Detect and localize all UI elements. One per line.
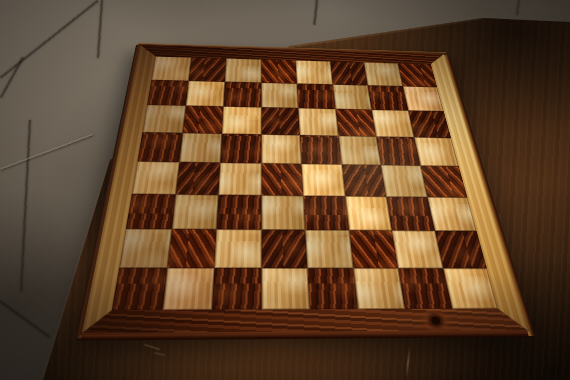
square-a7 <box>147 80 188 106</box>
square-d3 <box>261 195 305 230</box>
square-h8 <box>397 63 437 87</box>
square-a2 <box>119 229 171 268</box>
floor-tile-edge-highlight <box>0 133 93 170</box>
square-d5 <box>261 134 301 164</box>
square-f2 <box>349 230 398 268</box>
square-e7 <box>297 83 335 109</box>
square-c1 <box>212 268 261 310</box>
square-c3 <box>216 195 261 230</box>
floor-grout-line <box>20 120 31 292</box>
square-c7 <box>223 82 261 108</box>
square-g6 <box>372 110 414 137</box>
square-e5 <box>300 135 342 165</box>
square-b7 <box>185 81 224 107</box>
square-b5 <box>179 133 222 163</box>
square-a3 <box>126 194 176 229</box>
square-h7 <box>402 86 443 111</box>
square-c2 <box>214 229 261 267</box>
square-h5 <box>414 137 459 166</box>
square-g5 <box>376 136 420 165</box>
square-d8 <box>261 59 297 83</box>
square-c8 <box>225 58 261 82</box>
square-d6 <box>261 107 300 135</box>
square-e2 <box>305 230 353 268</box>
square-f7 <box>332 84 371 109</box>
square-f5 <box>338 136 381 165</box>
square-g8 <box>364 62 403 86</box>
square-b2 <box>167 229 216 267</box>
square-b6 <box>182 106 223 134</box>
square-f6 <box>335 109 376 136</box>
square-b8 <box>188 57 226 81</box>
square-d4 <box>261 163 303 195</box>
square-b1 <box>162 267 214 309</box>
floor-grout-line <box>0 0 98 79</box>
square-g7 <box>368 85 408 110</box>
square-h6 <box>408 111 451 138</box>
square-a6 <box>142 105 185 133</box>
floor-grout-line <box>313 0 318 25</box>
square-b3 <box>171 194 218 229</box>
square-f3 <box>345 196 392 231</box>
square-f4 <box>341 164 386 196</box>
square-e8 <box>296 60 333 84</box>
square-a4 <box>132 161 179 194</box>
square-a8 <box>151 56 191 80</box>
square-c5 <box>220 133 261 163</box>
square-c6 <box>222 106 261 134</box>
floor-grout-line <box>97 0 103 58</box>
floor-grout-line <box>516 0 520 15</box>
frame-rail-bottom <box>82 308 527 333</box>
photo-scene <box>0 0 570 380</box>
floor-grout-line <box>0 300 50 338</box>
square-c4 <box>218 163 261 195</box>
square-a5 <box>137 132 182 162</box>
square-d1 <box>261 268 310 310</box>
square-e6 <box>298 108 338 135</box>
square-e1 <box>307 268 357 310</box>
square-e4 <box>301 164 344 196</box>
square-b4 <box>175 162 220 194</box>
square-d2 <box>261 230 307 268</box>
square-f1 <box>353 268 405 309</box>
floor-grout-line <box>0 57 24 98</box>
square-a1 <box>112 267 167 310</box>
square-f8 <box>330 61 368 85</box>
square-d7 <box>261 82 298 108</box>
square-e3 <box>303 195 349 230</box>
